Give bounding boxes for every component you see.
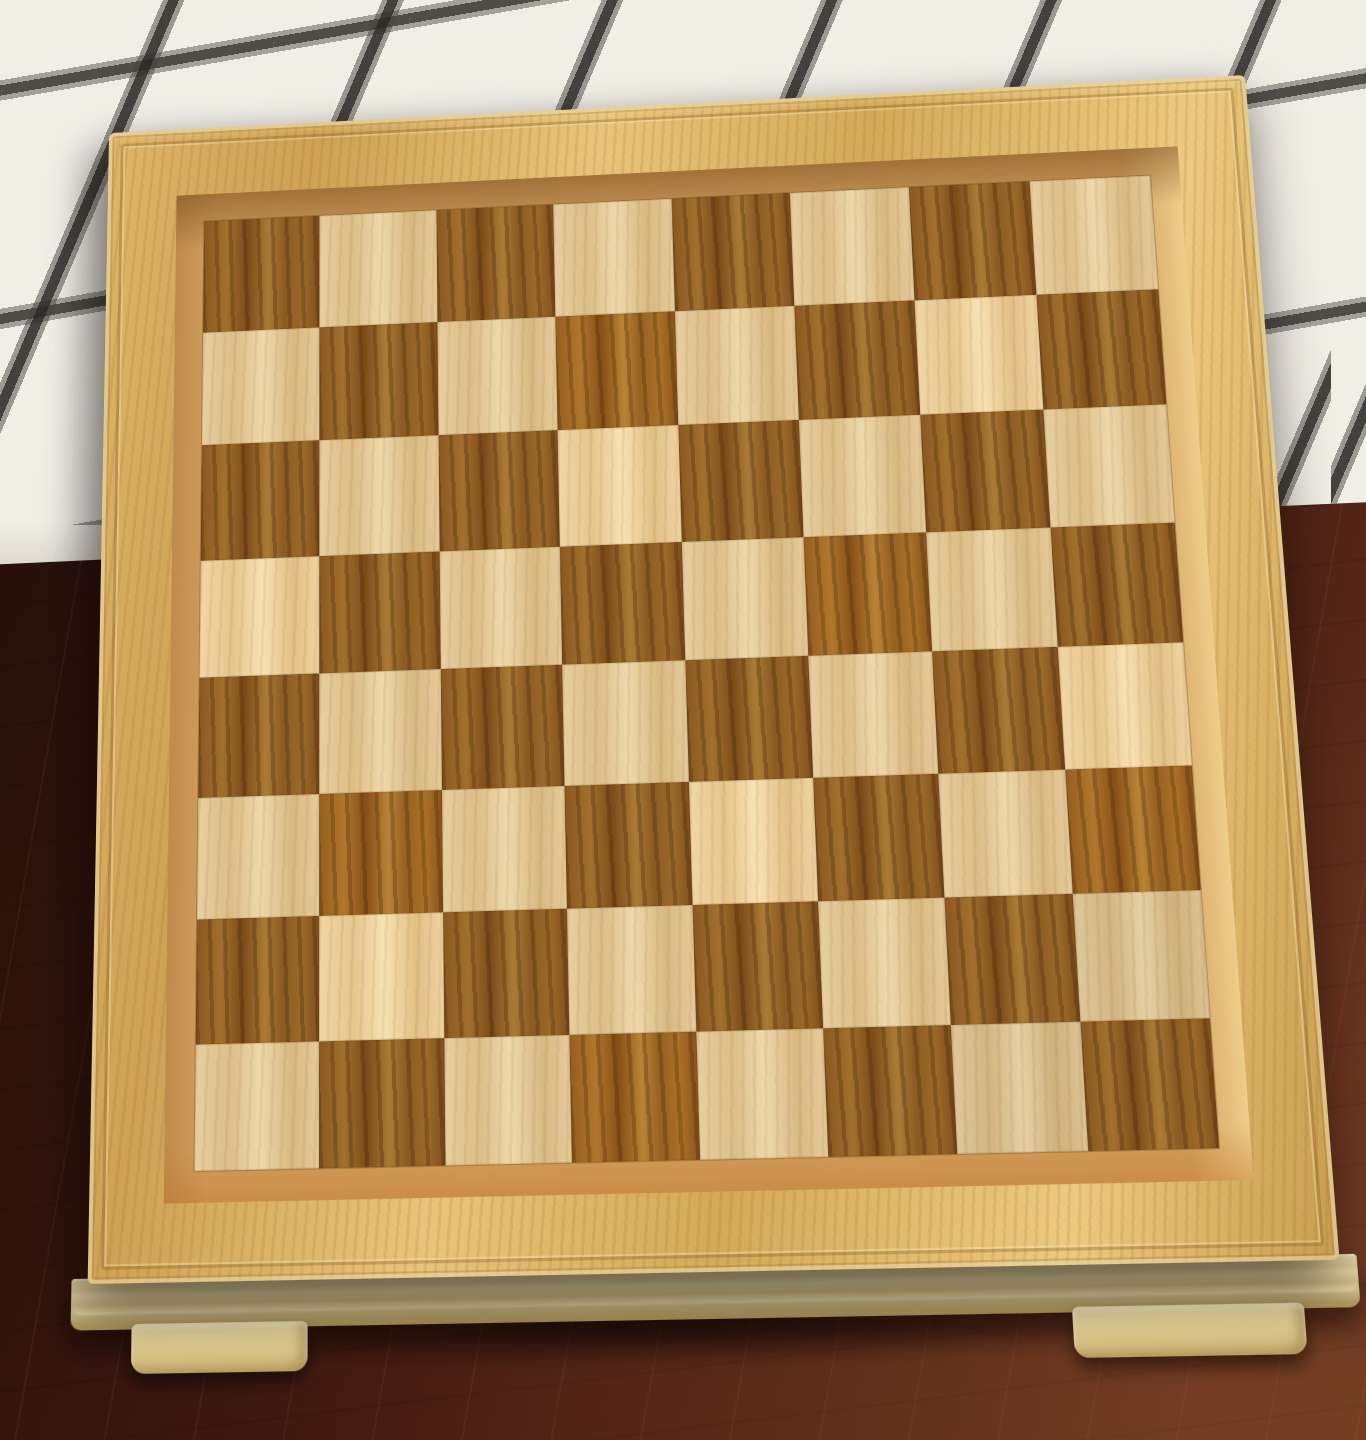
square-a2[interactable]: [196, 916, 320, 1044]
square-e1[interactable]: [696, 1028, 828, 1160]
square-f4[interactable]: [808, 651, 938, 777]
square-f6[interactable]: [799, 415, 927, 537]
square-c3[interactable]: [442, 785, 567, 912]
square-d4[interactable]: [562, 660, 688, 785]
square-d2[interactable]: [567, 905, 696, 1034]
square-a1[interactable]: [194, 1041, 319, 1171]
square-b6[interactable]: [320, 435, 440, 556]
square-f7[interactable]: [794, 300, 920, 420]
square-h8[interactable]: [1029, 175, 1158, 294]
square-g3[interactable]: [938, 769, 1072, 897]
square-c7[interactable]: [437, 316, 557, 435]
square-d5[interactable]: [560, 541, 685, 664]
square-a4[interactable]: [198, 673, 319, 797]
square-e2[interactable]: [692, 901, 823, 1031]
square-f3[interactable]: [813, 773, 945, 901]
square-g5[interactable]: [926, 527, 1057, 651]
square-e7[interactable]: [674, 305, 798, 425]
square-b4[interactable]: [320, 669, 442, 793]
square-b1[interactable]: [319, 1038, 445, 1169]
board-foot-left: [131, 1321, 308, 1374]
square-a3[interactable]: [197, 793, 320, 919]
square-h1[interactable]: [1080, 1018, 1219, 1151]
square-h5[interactable]: [1050, 522, 1183, 647]
square-e4[interactable]: [685, 656, 813, 782]
square-d3[interactable]: [565, 781, 692, 908]
square-g1[interactable]: [951, 1021, 1088, 1154]
square-a7[interactable]: [202, 327, 320, 445]
square-e8[interactable]: [671, 193, 794, 311]
square-h2[interactable]: [1072, 890, 1210, 1021]
square-e3[interactable]: [688, 777, 818, 905]
square-a8[interactable]: [203, 216, 320, 332]
square-c1[interactable]: [444, 1034, 572, 1165]
square-g2[interactable]: [945, 894, 1080, 1025]
square-e6[interactable]: [678, 420, 804, 542]
square-f1[interactable]: [823, 1024, 958, 1156]
photo-scene: [0, 0, 1366, 1440]
square-b8[interactable]: [320, 210, 437, 327]
board-grid: [194, 175, 1219, 1171]
square-d7[interactable]: [555, 311, 677, 430]
square-a6[interactable]: [201, 440, 320, 560]
square-c4[interactable]: [441, 665, 565, 790]
square-d6[interactable]: [558, 425, 682, 546]
square-b3[interactable]: [320, 789, 443, 915]
square-d1[interactable]: [570, 1031, 700, 1163]
square-d8[interactable]: [553, 199, 674, 316]
square-h3[interactable]: [1065, 765, 1201, 894]
square-g8[interactable]: [909, 181, 1036, 300]
square-g6[interactable]: [920, 410, 1050, 532]
square-b5[interactable]: [320, 551, 441, 673]
square-a5[interactable]: [199, 556, 319, 678]
square-f8[interactable]: [790, 187, 915, 305]
square-c8[interactable]: [436, 204, 555, 321]
square-e5[interactable]: [681, 537, 808, 661]
square-f2[interactable]: [818, 898, 951, 1028]
square-f5[interactable]: [803, 532, 932, 656]
square-b7[interactable]: [320, 322, 439, 441]
chess-board: [88, 75, 1340, 1284]
square-g7[interactable]: [915, 294, 1043, 414]
square-c5[interactable]: [439, 546, 562, 669]
square-h4[interactable]: [1057, 642, 1192, 769]
board-foot-right: [1072, 1303, 1308, 1358]
square-c2[interactable]: [443, 909, 570, 1038]
square-b2[interactable]: [319, 912, 444, 1041]
square-h7[interactable]: [1036, 289, 1166, 410]
square-c6[interactable]: [438, 430, 560, 551]
square-g4[interactable]: [932, 647, 1064, 773]
square-h6[interactable]: [1043, 404, 1175, 527]
